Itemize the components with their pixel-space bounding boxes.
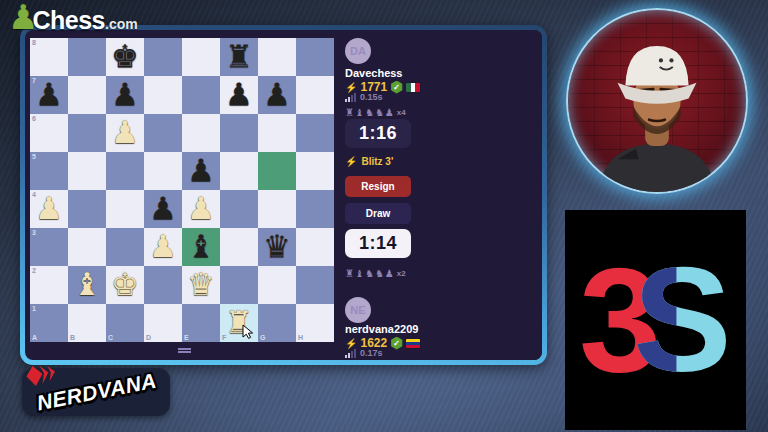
square-g6[interactable] xyxy=(258,114,296,152)
captured-bishop-icon: ♝ xyxy=(355,107,364,118)
square-c7[interactable]: ♟ xyxy=(106,76,144,114)
captured-pieces-bottom: ♜♝♞♞♟x2 xyxy=(345,268,406,279)
square-g8[interactable] xyxy=(258,38,296,76)
square-d3[interactable]: ♟ xyxy=(144,228,182,266)
rank-label: 8 xyxy=(32,39,36,46)
blitz-bolt-icon: ⚡ xyxy=(345,338,357,349)
file-label: H xyxy=(298,334,303,341)
captured-knight-icon: ♞ xyxy=(375,268,384,279)
square-g4[interactable] xyxy=(258,190,296,228)
file-label: G xyxy=(260,334,265,341)
black-king-c8[interactable]: ♚ xyxy=(106,38,144,76)
square-f8[interactable]: ♜ xyxy=(220,38,258,76)
square-e3[interactable]: ♝ xyxy=(182,228,220,266)
rank-label: 2 xyxy=(32,267,36,274)
draw-button[interactable]: Draw xyxy=(345,203,411,224)
mouse-cursor-icon xyxy=(242,324,254,339)
square-e8[interactable] xyxy=(182,38,220,76)
file-label: B xyxy=(70,334,75,341)
blitz-bolt-icon: ⚡ xyxy=(345,82,357,93)
square-g3[interactable]: ♛ xyxy=(258,228,296,266)
black-pawn-a7[interactable]: ♟ xyxy=(30,76,68,114)
black-queen-g3[interactable]: ♛ xyxy=(258,228,296,266)
square-b3[interactable] xyxy=(68,228,106,266)
rank-label: 1 xyxy=(32,305,36,312)
square-d5[interactable] xyxy=(144,152,182,190)
chess-board[interactable]: 8♚♜7♟♟♟♟6♟5♟4♟♟♟3♟♝♛2♝♚♛1ABCDEF♜GH xyxy=(30,38,334,342)
square-c1[interactable]: C xyxy=(106,304,144,342)
white-queen-e2[interactable]: ♛ xyxy=(182,266,220,304)
game-window-inner: 8♚♜7♟♟♟♟6♟5♟4♟♟♟3♟♝♛2♝♚♛1ABCDEF♜GH DA Da… xyxy=(25,30,542,360)
square-f7[interactable]: ♟ xyxy=(220,76,258,114)
player-name-bottom[interactable]: nerdvana2209 xyxy=(345,323,418,335)
captured-pieces-top: ♜♝♞♞♟x4 xyxy=(345,107,406,118)
file-label: D xyxy=(146,334,151,341)
rank-label: 3 xyxy=(32,229,36,236)
square-e1[interactable]: E xyxy=(182,304,220,342)
signal-bars-icon xyxy=(345,349,356,358)
square-h1[interactable]: H xyxy=(296,304,334,342)
square-a4[interactable]: 4♟ xyxy=(30,190,68,228)
verified-badge-icon: ✓ xyxy=(390,81,403,94)
captured-knight-icon: ♞ xyxy=(375,107,384,118)
square-e7[interactable] xyxy=(182,76,220,114)
rank-label: 5 xyxy=(32,153,36,160)
chesscom-logo-word: Chess xyxy=(32,6,105,35)
square-f6[interactable] xyxy=(220,114,258,152)
white-pawn-c6[interactable]: ♟ xyxy=(106,114,144,152)
black-pawn-e5[interactable]: ♟ xyxy=(182,152,220,190)
chesscom-logo-suffix: .com xyxy=(105,16,138,32)
mexico-flag-icon xyxy=(406,83,420,92)
streamer-webcam xyxy=(566,8,748,194)
game-window: 8♚♜7♟♟♟♟6♟5♟4♟♟♟3♟♝♛2♝♚♛1ABCDEF♜GH DA Da… xyxy=(20,25,547,365)
player-name-top[interactable]: Davechess xyxy=(345,67,403,79)
nerdvana-banner: NERDVANA xyxy=(22,368,170,416)
black-pawn-c7[interactable]: ♟ xyxy=(106,76,144,114)
square-h7[interactable] xyxy=(296,76,334,114)
square-e2[interactable]: ♛ xyxy=(182,266,220,304)
latency-row-top: 0.15s xyxy=(345,92,383,102)
square-d6[interactable] xyxy=(144,114,182,152)
square-h5[interactable] xyxy=(296,152,334,190)
square-c3[interactable] xyxy=(106,228,144,266)
square-h3[interactable] xyxy=(296,228,334,266)
white-bishop-b2[interactable]: ♝ xyxy=(68,266,106,304)
square-e6[interactable] xyxy=(182,114,220,152)
white-pawn-e4[interactable]: ♟ xyxy=(182,190,220,228)
clock-bottom: 1:14 xyxy=(345,229,411,258)
black-pawn-f7[interactable]: ♟ xyxy=(220,76,258,114)
white-pawn-a4[interactable]: ♟ xyxy=(30,190,68,228)
square-b6[interactable] xyxy=(68,114,106,152)
square-f1[interactable]: F♜ xyxy=(220,304,258,342)
latency-value: 0.17s xyxy=(360,348,383,358)
square-d7[interactable] xyxy=(144,76,182,114)
chesscom-logo: ♟Chess.com xyxy=(8,2,138,35)
square-a1[interactable]: 1A xyxy=(30,304,68,342)
square-a3[interactable]: 3 xyxy=(30,228,68,266)
square-b5[interactable] xyxy=(68,152,106,190)
avatar[interactable]: DA xyxy=(345,38,371,64)
captured-bishop-icon: ♝ xyxy=(355,268,364,279)
captured-knight-icon: ♞ xyxy=(365,268,374,279)
game-side-panel: DA Davechess ⚡ 1771 ✓ 0.15s ♜♝♞♞♟x4 1:16… xyxy=(337,30,542,360)
file-label: E xyxy=(184,334,189,341)
captured-multiplier: x2 xyxy=(397,269,406,278)
rank-label: 6 xyxy=(32,115,36,122)
window-drag-handle-icon[interactable] xyxy=(178,348,191,353)
square-a7[interactable]: 7♟ xyxy=(30,76,68,114)
square-a6[interactable]: 6 xyxy=(30,114,68,152)
square-a2[interactable]: 2 xyxy=(30,266,68,304)
square-h2[interactable] xyxy=(296,266,334,304)
white-pawn-d3[interactable]: ♟ xyxy=(144,228,182,266)
time-control-bolt-icon: ⚡ xyxy=(345,156,357,167)
signal-bars-icon xyxy=(345,93,356,102)
square-g1[interactable]: G xyxy=(258,304,296,342)
time-control-row: ⚡ Blitz 3' xyxy=(345,156,393,167)
three-s-logo: 3 S S xyxy=(565,210,746,430)
square-f2[interactable] xyxy=(220,266,258,304)
square-a8[interactable]: 8 xyxy=(30,38,68,76)
square-g2[interactable] xyxy=(258,266,296,304)
captured-pawn-icon: ♟ xyxy=(385,107,394,118)
square-e4[interactable]: ♟ xyxy=(182,190,220,228)
clock-top: 1:16 xyxy=(345,119,411,148)
square-b1[interactable]: B xyxy=(68,304,106,342)
verified-badge-icon: ✓ xyxy=(390,337,403,350)
black-pawn-d4[interactable]: ♟ xyxy=(144,190,182,228)
square-b4[interactable] xyxy=(68,190,106,228)
black-rook-f8[interactable]: ♜ xyxy=(220,38,258,76)
square-f3[interactable] xyxy=(220,228,258,266)
black-bishop-e3[interactable]: ♝ xyxy=(182,228,220,266)
time-control-label: Blitz 3' xyxy=(361,156,393,167)
square-e5[interactable]: ♟ xyxy=(182,152,220,190)
square-b8[interactable] xyxy=(68,38,106,76)
square-a5[interactable]: 5 xyxy=(30,152,68,190)
square-f5[interactable] xyxy=(220,152,258,190)
square-d1[interactable]: D xyxy=(144,304,182,342)
square-c4[interactable] xyxy=(106,190,144,228)
latency-value: 0.15s xyxy=(360,92,383,102)
avatar[interactable]: NE xyxy=(345,297,371,323)
resign-button[interactable]: Resign xyxy=(345,176,411,197)
file-label: C xyxy=(108,334,113,341)
captured-pawn-icon: ♟ xyxy=(385,268,394,279)
white-king-c2[interactable]: ♚ xyxy=(106,266,144,304)
file-label: A xyxy=(32,334,37,341)
square-d8[interactable] xyxy=(144,38,182,76)
square-c2[interactable]: ♚ xyxy=(106,266,144,304)
latency-row-bottom: 0.17s xyxy=(345,348,383,358)
square-c5[interactable] xyxy=(106,152,144,190)
captured-rook-icon: ♜ xyxy=(345,107,354,118)
venezuela-flag-icon xyxy=(406,339,420,348)
captured-rook-icon: ♜ xyxy=(345,268,354,279)
square-h6[interactable] xyxy=(296,114,334,152)
square-d4[interactable]: ♟ xyxy=(144,190,182,228)
black-pawn-g7[interactable]: ♟ xyxy=(258,76,296,114)
square-c8[interactable]: ♚ xyxy=(106,38,144,76)
square-g7[interactable]: ♟ xyxy=(258,76,296,114)
captured-knight-icon: ♞ xyxy=(365,107,374,118)
square-b7[interactable] xyxy=(68,76,106,114)
square-f4[interactable] xyxy=(220,190,258,228)
square-g5[interactable] xyxy=(258,152,296,190)
square-d2[interactable] xyxy=(144,266,182,304)
square-h8[interactable] xyxy=(296,38,334,76)
square-h4[interactable] xyxy=(296,190,334,228)
streamer-portrait xyxy=(578,38,736,194)
square-b2[interactable]: ♝ xyxy=(68,266,106,304)
square-c6[interactable]: ♟ xyxy=(106,114,144,152)
captured-multiplier: x4 xyxy=(397,108,406,117)
